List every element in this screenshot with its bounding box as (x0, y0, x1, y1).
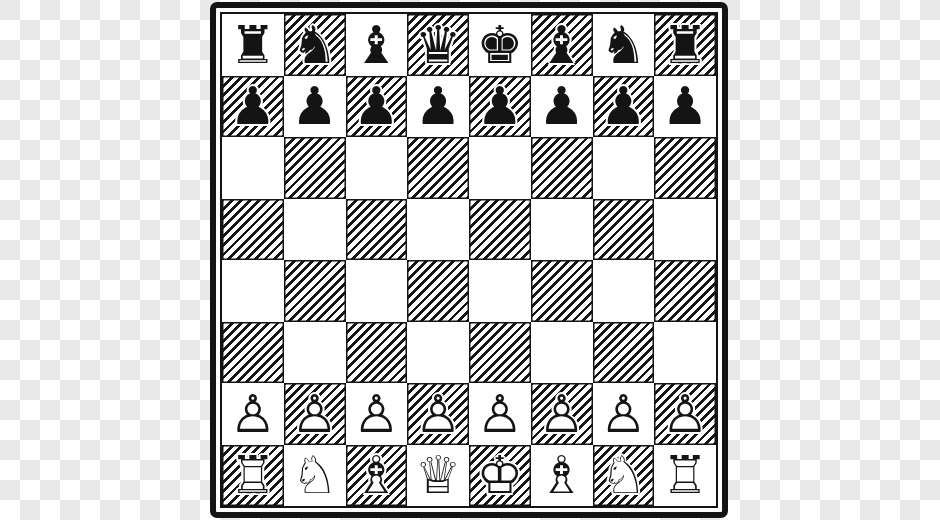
piece-glyph-solid: ♝ (538, 19, 585, 71)
square-d2[interactable]: ♟♙ (407, 383, 469, 445)
square-e4[interactable] (469, 260, 531, 322)
square-f5[interactable] (531, 199, 593, 261)
square-e3[interactable] (469, 322, 531, 384)
square-d3[interactable] (407, 322, 469, 384)
white-pawn[interactable]: ♟♙ (353, 388, 400, 440)
square-c8[interactable]: ♝ (346, 14, 408, 76)
square-e6[interactable] (469, 137, 531, 199)
square-g3[interactable] (593, 322, 655, 384)
square-f3[interactable] (531, 322, 593, 384)
white-pawn[interactable]: ♟♙ (600, 388, 647, 440)
chess-board-grid: ♜♞♝♛♚♝♞♜♟♟♟♟♟♟♟♟♟♙♟♙♟♙♟♙♟♙♟♙♟♙♟♙♜♖♞♘♝♗♛♕… (220, 12, 718, 508)
piece-glyph-outline: ♖ (230, 449, 277, 501)
square-a2[interactable]: ♟♙ (222, 383, 284, 445)
square-e1[interactable]: ♚♔ (469, 445, 531, 507)
black-pawn[interactable]: ♟ (353, 80, 400, 132)
white-knight[interactable]: ♞♘ (600, 449, 647, 501)
piece-glyph-solid: ♟ (600, 80, 647, 132)
black-pawn[interactable]: ♟ (477, 80, 524, 132)
square-c3[interactable] (346, 322, 408, 384)
square-b6[interactable] (284, 137, 346, 199)
square-f4[interactable] (531, 260, 593, 322)
square-f1[interactable]: ♝♗ (531, 445, 593, 507)
square-h7[interactable]: ♟ (654, 76, 716, 138)
piece-glyph-outline: ♙ (600, 388, 647, 440)
piece-glyph-solid: ♟ (353, 80, 400, 132)
square-h2[interactable]: ♟♙ (654, 383, 716, 445)
white-pawn[interactable]: ♟♙ (662, 388, 709, 440)
piece-glyph-solid: ♟ (291, 80, 338, 132)
square-f6[interactable] (531, 137, 593, 199)
piece-glyph-solid: ♟ (477, 80, 524, 132)
black-knight[interactable]: ♞ (291, 19, 338, 71)
square-h1[interactable]: ♜♖ (654, 445, 716, 507)
square-d5[interactable] (407, 199, 469, 261)
piece-glyph-solid: ♞ (600, 19, 647, 71)
piece-glyph-outline: ♘ (291, 449, 338, 501)
black-queen[interactable]: ♛ (415, 19, 462, 71)
black-pawn[interactable]: ♟ (291, 80, 338, 132)
square-c5[interactable] (346, 199, 408, 261)
square-g4[interactable] (593, 260, 655, 322)
square-a8[interactable]: ♜ (222, 14, 284, 76)
square-d6[interactable] (407, 137, 469, 199)
square-a4[interactable] (222, 260, 284, 322)
square-h3[interactable] (654, 322, 716, 384)
square-g5[interactable] (593, 199, 655, 261)
square-h8[interactable]: ♜ (654, 14, 716, 76)
piece-glyph-outline: ♙ (477, 388, 524, 440)
square-d4[interactable] (407, 260, 469, 322)
piece-glyph-solid: ♟ (662, 80, 709, 132)
piece-glyph-outline: ♙ (230, 388, 277, 440)
square-d1[interactable]: ♛♕ (407, 445, 469, 507)
square-d7[interactable]: ♟ (407, 76, 469, 138)
black-bishop[interactable]: ♝ (353, 19, 400, 71)
square-d8[interactable]: ♛ (407, 14, 469, 76)
square-g2[interactable]: ♟♙ (593, 383, 655, 445)
black-pawn[interactable]: ♟ (662, 80, 709, 132)
white-pawn[interactable]: ♟♙ (477, 388, 524, 440)
piece-glyph-solid: ♟ (230, 80, 277, 132)
white-rook[interactable]: ♜♖ (230, 449, 277, 501)
piece-glyph-outline: ♘ (600, 449, 647, 501)
piece-glyph-solid: ♝ (353, 19, 400, 71)
piece-glyph-solid: ♜ (662, 19, 709, 71)
square-f7[interactable]: ♟ (531, 76, 593, 138)
square-a1[interactable]: ♜♖ (222, 445, 284, 507)
square-e5[interactable] (469, 199, 531, 261)
black-rook[interactable]: ♜ (662, 19, 709, 71)
square-b8[interactable]: ♞ (284, 14, 346, 76)
square-h5[interactable] (654, 199, 716, 261)
piece-glyph-outline: ♙ (415, 388, 462, 440)
square-e8[interactable]: ♚ (469, 14, 531, 76)
black-king[interactable]: ♚ (477, 19, 524, 71)
piece-glyph-outline: ♙ (538, 388, 585, 440)
black-pawn[interactable]: ♟ (415, 80, 462, 132)
square-f8[interactable]: ♝ (531, 14, 593, 76)
piece-glyph-solid: ♞ (291, 19, 338, 71)
black-rook[interactable]: ♜ (230, 19, 277, 71)
square-b7[interactable]: ♟ (284, 76, 346, 138)
square-a5[interactable] (222, 199, 284, 261)
chess-board: ♜♞♝♛♚♝♞♜♟♟♟♟♟♟♟♟♟♙♟♙♟♙♟♙♟♙♟♙♟♙♟♙♜♖♞♘♝♗♛♕… (210, 2, 728, 518)
piece-glyph-solid: ♟ (538, 80, 585, 132)
square-a7[interactable]: ♟ (222, 76, 284, 138)
black-knight[interactable]: ♞ (600, 19, 647, 71)
piece-glyph-outline: ♖ (662, 449, 709, 501)
black-pawn[interactable]: ♟ (600, 80, 647, 132)
square-c6[interactable] (346, 137, 408, 199)
square-c1[interactable]: ♝♗ (346, 445, 408, 507)
white-rook[interactable]: ♜♖ (662, 449, 709, 501)
white-queen[interactable]: ♛♕ (415, 449, 462, 501)
square-h4[interactable] (654, 260, 716, 322)
square-b4[interactable] (284, 260, 346, 322)
square-e2[interactable]: ♟♙ (469, 383, 531, 445)
black-pawn[interactable]: ♟ (230, 80, 277, 132)
square-b1[interactable]: ♞♘ (284, 445, 346, 507)
piece-glyph-outline: ♙ (291, 388, 338, 440)
square-a6[interactable] (222, 137, 284, 199)
white-pawn[interactable]: ♟♙ (291, 388, 338, 440)
square-g7[interactable]: ♟ (593, 76, 655, 138)
square-b3[interactable] (284, 322, 346, 384)
square-h6[interactable] (654, 137, 716, 199)
piece-glyph-outline: ♕ (415, 449, 462, 501)
square-g1[interactable]: ♞♘ (593, 445, 655, 507)
white-pawn[interactable]: ♟♙ (415, 388, 462, 440)
piece-glyph-outline: ♗ (353, 449, 400, 501)
piece-glyph-solid: ♛ (415, 19, 462, 71)
square-f2[interactable]: ♟♙ (531, 383, 593, 445)
square-c2[interactable]: ♟♙ (346, 383, 408, 445)
square-e7[interactable]: ♟ (469, 76, 531, 138)
white-pawn[interactable]: ♟♙ (230, 388, 277, 440)
white-pawn[interactable]: ♟♙ (538, 388, 585, 440)
white-bishop[interactable]: ♝♗ (538, 449, 585, 501)
white-bishop[interactable]: ♝♗ (353, 449, 400, 501)
piece-glyph-outline: ♗ (538, 449, 585, 501)
black-bishop[interactable]: ♝ (538, 19, 585, 71)
square-b2[interactable]: ♟♙ (284, 383, 346, 445)
square-c7[interactable]: ♟ (346, 76, 408, 138)
piece-glyph-outline: ♙ (662, 388, 709, 440)
piece-glyph-solid: ♜ (230, 19, 277, 71)
square-g6[interactable] (593, 137, 655, 199)
square-g8[interactable]: ♞ (593, 14, 655, 76)
black-pawn[interactable]: ♟ (538, 80, 585, 132)
square-a3[interactable] (222, 322, 284, 384)
square-b5[interactable] (284, 199, 346, 261)
white-king[interactable]: ♚♔ (477, 449, 524, 501)
piece-glyph-outline: ♔ (477, 449, 524, 501)
white-knight[interactable]: ♞♘ (291, 449, 338, 501)
piece-glyph-outline: ♙ (353, 388, 400, 440)
square-c4[interactable] (346, 260, 408, 322)
piece-glyph-solid: ♚ (477, 19, 524, 71)
piece-glyph-solid: ♟ (415, 80, 462, 132)
